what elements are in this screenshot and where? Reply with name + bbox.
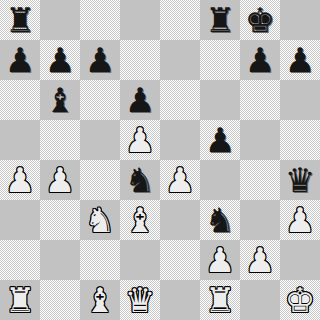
piece-black-rook[interactable]: ♜ xyxy=(200,0,240,40)
piece-white-pawn[interactable]: ♟ xyxy=(40,160,80,200)
piece-black-bishop[interactable]: ♝ xyxy=(40,80,80,120)
square-e1[interactable] xyxy=(160,280,200,320)
piece-white-bishop[interactable]: ♝ xyxy=(80,280,120,320)
piece-black-knight[interactable]: ♞ xyxy=(120,160,160,200)
piece-white-rook[interactable]: ♜ xyxy=(0,280,40,320)
square-h1[interactable]: ♚ xyxy=(280,280,320,320)
piece-white-pawn[interactable]: ♟ xyxy=(280,200,320,240)
square-a4[interactable]: ♟ xyxy=(0,160,40,200)
piece-white-king[interactable]: ♚ xyxy=(280,280,320,320)
square-g1[interactable] xyxy=(240,280,280,320)
square-b4[interactable]: ♟ xyxy=(40,160,80,200)
piece-white-queen[interactable]: ♛ xyxy=(120,280,160,320)
square-h8[interactable] xyxy=(280,0,320,40)
square-b6[interactable]: ♝ xyxy=(40,80,80,120)
square-a7[interactable]: ♟ xyxy=(0,40,40,80)
square-g3[interactable] xyxy=(240,200,280,240)
piece-white-pawn[interactable]: ♟ xyxy=(0,160,40,200)
square-g8[interactable]: ♚ xyxy=(240,0,280,40)
square-d7[interactable] xyxy=(120,40,160,80)
square-c4[interactable] xyxy=(80,160,120,200)
square-a2[interactable] xyxy=(0,240,40,280)
square-c1[interactable]: ♝ xyxy=(80,280,120,320)
square-d1[interactable]: ♛ xyxy=(120,280,160,320)
square-a5[interactable] xyxy=(0,120,40,160)
piece-black-pawn[interactable]: ♟ xyxy=(40,40,80,80)
square-d6[interactable]: ♟ xyxy=(120,80,160,120)
piece-black-pawn[interactable]: ♟ xyxy=(120,80,160,120)
square-e7[interactable] xyxy=(160,40,200,80)
square-f5[interactable]: ♟ xyxy=(200,120,240,160)
square-g7[interactable]: ♟ xyxy=(240,40,280,80)
piece-black-pawn[interactable]: ♟ xyxy=(0,40,40,80)
square-g4[interactable] xyxy=(240,160,280,200)
piece-black-pawn[interactable]: ♟ xyxy=(200,120,240,160)
piece-white-pawn[interactable]: ♟ xyxy=(160,160,200,200)
square-h3[interactable]: ♟ xyxy=(280,200,320,240)
square-c3[interactable]: ♞ xyxy=(80,200,120,240)
square-a3[interactable] xyxy=(0,200,40,240)
square-e3[interactable] xyxy=(160,200,200,240)
chess-board: ♜♜♚♟♟♟♟♟♝♟♟♟♟♟♞♟♛♞♝♞♟♟♟♜♝♛♜♚ xyxy=(0,0,320,320)
square-b2[interactable] xyxy=(40,240,80,280)
piece-white-bishop[interactable]: ♝ xyxy=(120,200,160,240)
square-g2[interactable]: ♟ xyxy=(240,240,280,280)
square-c7[interactable]: ♟ xyxy=(80,40,120,80)
piece-black-knight[interactable]: ♞ xyxy=(200,200,240,240)
square-f6[interactable] xyxy=(200,80,240,120)
square-f8[interactable]: ♜ xyxy=(200,0,240,40)
square-d4[interactable]: ♞ xyxy=(120,160,160,200)
square-g5[interactable] xyxy=(240,120,280,160)
square-d5[interactable]: ♟ xyxy=(120,120,160,160)
square-e4[interactable]: ♟ xyxy=(160,160,200,200)
piece-white-knight[interactable]: ♞ xyxy=(80,200,120,240)
piece-black-pawn[interactable]: ♟ xyxy=(280,40,320,80)
square-c8[interactable] xyxy=(80,0,120,40)
square-e8[interactable] xyxy=(160,0,200,40)
square-d3[interactable]: ♝ xyxy=(120,200,160,240)
square-h7[interactable]: ♟ xyxy=(280,40,320,80)
square-c2[interactable] xyxy=(80,240,120,280)
piece-white-pawn[interactable]: ♟ xyxy=(200,240,240,280)
square-a1[interactable]: ♜ xyxy=(0,280,40,320)
square-b8[interactable] xyxy=(40,0,80,40)
square-b7[interactable]: ♟ xyxy=(40,40,80,80)
square-d2[interactable] xyxy=(120,240,160,280)
square-f7[interactable] xyxy=(200,40,240,80)
piece-black-pawn[interactable]: ♟ xyxy=(240,40,280,80)
square-g6[interactable] xyxy=(240,80,280,120)
square-h2[interactable] xyxy=(280,240,320,280)
square-e5[interactable] xyxy=(160,120,200,160)
piece-black-king[interactable]: ♚ xyxy=(240,0,280,40)
piece-black-pawn[interactable]: ♟ xyxy=(80,40,120,80)
square-e6[interactable] xyxy=(160,80,200,120)
square-d8[interactable] xyxy=(120,0,160,40)
square-a8[interactable]: ♜ xyxy=(0,0,40,40)
square-f3[interactable]: ♞ xyxy=(200,200,240,240)
square-f1[interactable]: ♜ xyxy=(200,280,240,320)
square-b1[interactable] xyxy=(40,280,80,320)
square-c6[interactable] xyxy=(80,80,120,120)
piece-white-pawn[interactable]: ♟ xyxy=(240,240,280,280)
square-b5[interactable] xyxy=(40,120,80,160)
square-a6[interactable] xyxy=(0,80,40,120)
square-f4[interactable] xyxy=(200,160,240,200)
square-h5[interactable] xyxy=(280,120,320,160)
square-e2[interactable] xyxy=(160,240,200,280)
piece-black-rook[interactable]: ♜ xyxy=(0,0,40,40)
piece-black-queen[interactable]: ♛ xyxy=(280,160,320,200)
square-f2[interactable]: ♟ xyxy=(200,240,240,280)
piece-white-rook[interactable]: ♜ xyxy=(200,280,240,320)
square-h4[interactable]: ♛ xyxy=(280,160,320,200)
piece-white-pawn[interactable]: ♟ xyxy=(120,120,160,160)
square-b3[interactable] xyxy=(40,200,80,240)
square-c5[interactable] xyxy=(80,120,120,160)
square-h6[interactable] xyxy=(280,80,320,120)
